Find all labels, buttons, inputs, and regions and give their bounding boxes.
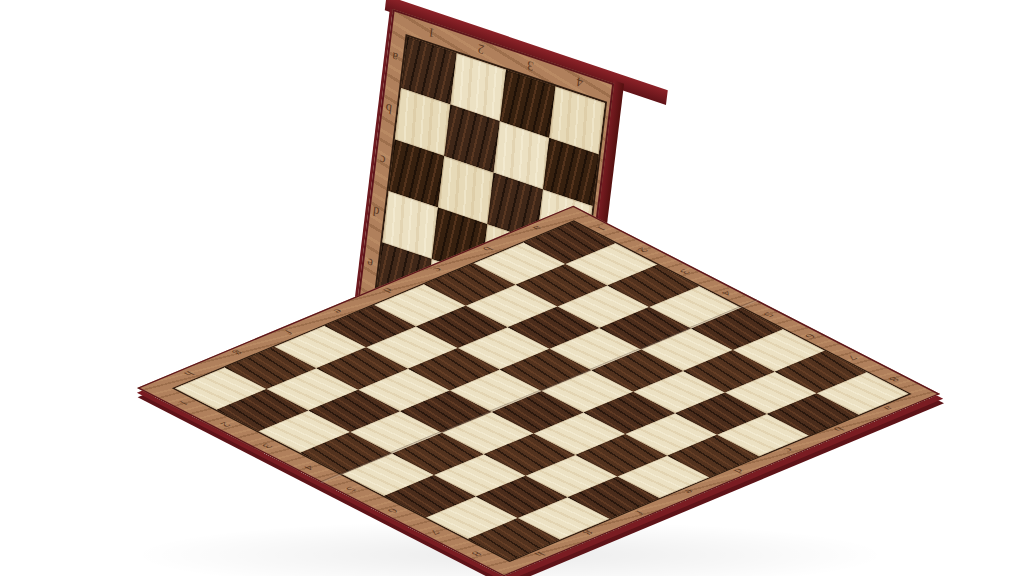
product-photo-scene: 1234abcdefgh hgfedcbahgfedcba12345678123… xyxy=(0,0,1024,576)
